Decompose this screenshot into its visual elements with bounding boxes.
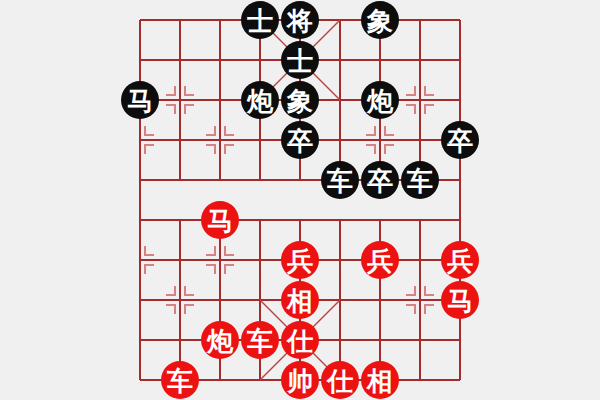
piece-red-soldier[interactable]: 兵: [281, 241, 319, 279]
piece-black-soldier[interactable]: 卒: [441, 121, 479, 159]
piece-red-chariot[interactable]: 车: [161, 361, 199, 399]
piece-black-chariot[interactable]: 车: [401, 161, 439, 199]
piece-glyph: 相: [367, 368, 393, 394]
piece-glyph: 兵: [367, 248, 393, 274]
piece-glyph: 将: [287, 8, 313, 34]
piece-glyph: 士: [247, 8, 273, 34]
piece-black-cannon[interactable]: 炮: [241, 81, 279, 119]
piece-black-horse[interactable]: 马: [121, 81, 159, 119]
piece-glyph: 帅: [287, 368, 313, 394]
piece-glyph: 士: [287, 48, 313, 74]
piece-black-elephant[interactable]: 象: [361, 1, 399, 39]
xiangqi-board: 士将象士马炮象炮卒卒车卒车马兵兵兵相马炮车仕车帅仕相: [0, 0, 600, 400]
piece-glyph: 象: [367, 8, 393, 34]
piece-glyph: 兵: [287, 248, 313, 274]
piece-glyph: 炮: [367, 88, 393, 114]
piece-red-cannon[interactable]: 炮: [201, 321, 239, 359]
piece-red-soldier[interactable]: 兵: [361, 241, 399, 279]
piece-glyph: 仕: [327, 368, 353, 394]
piece-glyph: 车: [167, 368, 193, 394]
piece-red-horse[interactable]: 马: [441, 281, 479, 319]
piece-red-advisor[interactable]: 仕: [281, 321, 319, 359]
piece-black-advisor[interactable]: 士: [281, 41, 319, 79]
piece-black-elephant[interactable]: 象: [281, 81, 319, 119]
piece-black-soldier[interactable]: 卒: [361, 161, 399, 199]
piece-glyph: 炮: [207, 328, 233, 354]
piece-glyph: 车: [247, 328, 273, 354]
piece-red-general[interactable]: 帅: [281, 361, 319, 399]
piece-layer: 士将象士马炮象炮卒卒车卒车马兵兵兵相马炮车仕车帅仕相: [120, 0, 480, 400]
piece-red-advisor[interactable]: 仕: [321, 361, 359, 399]
piece-glyph: 卒: [367, 168, 393, 194]
piece-red-elephant[interactable]: 相: [281, 281, 319, 319]
piece-black-advisor[interactable]: 士: [241, 1, 279, 39]
piece-glyph: 车: [327, 168, 353, 194]
piece-glyph: 炮: [247, 88, 273, 114]
piece-red-soldier[interactable]: 兵: [441, 241, 479, 279]
piece-glyph: 象: [287, 88, 313, 114]
piece-red-horse[interactable]: 马: [201, 201, 239, 239]
piece-black-soldier[interactable]: 卒: [281, 121, 319, 159]
piece-glyph: 马: [447, 288, 473, 314]
piece-black-cannon[interactable]: 炮: [361, 81, 399, 119]
piece-red-chariot[interactable]: 车: [241, 321, 279, 359]
piece-glyph: 卒: [447, 128, 473, 154]
piece-glyph: 相: [287, 288, 313, 314]
piece-glyph: 卒: [287, 128, 313, 154]
piece-black-chariot[interactable]: 车: [321, 161, 359, 199]
piece-glyph: 马: [127, 88, 153, 114]
piece-glyph: 兵: [447, 248, 473, 274]
piece-glyph: 仕: [287, 328, 313, 354]
piece-black-general[interactable]: 将: [281, 1, 319, 39]
piece-red-elephant[interactable]: 相: [361, 361, 399, 399]
piece-glyph: 马: [207, 208, 233, 234]
piece-glyph: 车: [407, 168, 433, 194]
